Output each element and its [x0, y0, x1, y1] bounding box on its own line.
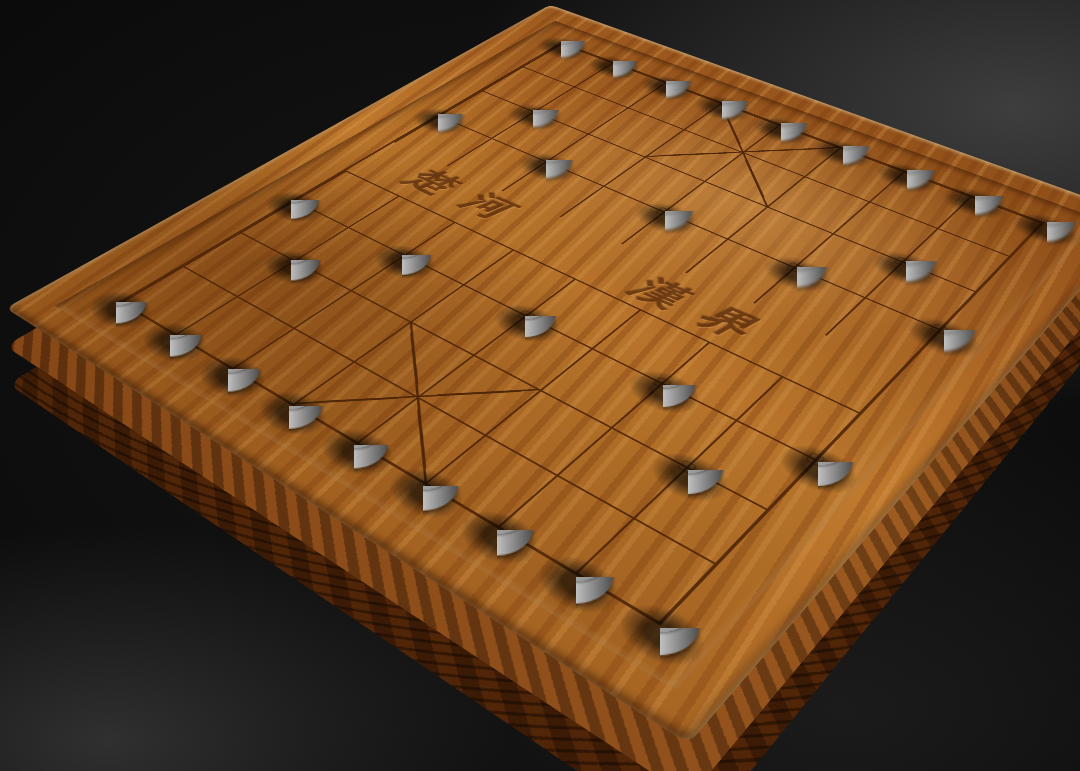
- piece-metal-side: [519, 132, 572, 178]
- piece-character: 士: [274, 363, 304, 393]
- piece-character: 馬: [559, 528, 593, 562]
- piece-metal-side: [756, 97, 807, 141]
- piece-top-face: 象: [194, 311, 263, 372]
- xiangqi-board[interactable]: 楚河 漢界 車馬相仕帥仕相馬車炮炮兵兵兵兵兵卒卒卒卒卒炮炮車馬象士將士象馬車: [6, 5, 1080, 744]
- piece-character: 馬: [157, 294, 185, 322]
- piece-shadow: [631, 70, 703, 104]
- piece-top-face: 相: [879, 122, 937, 173]
- piece-metal-side: [642, 55, 691, 97]
- piece-shadow: [867, 157, 947, 198]
- piece-character: 兵: [426, 81, 449, 104]
- piece-character: 象: [481, 483, 514, 516]
- point-marker: [656, 207, 673, 216]
- stage: 楚河 漢界 車馬相仕帥仕相馬車炮炮兵兵兵兵兵卒卒卒卒卒炮炮車馬象士將士象馬車: [0, 0, 1080, 771]
- piece-shadow: [498, 99, 572, 135]
- piece-character: 兵: [784, 229, 810, 255]
- palace-diagonal: [645, 103, 840, 206]
- piece-character: 仕: [831, 112, 855, 136]
- piece-top-face: 卒: [262, 150, 321, 203]
- piece-metal-side: [881, 142, 935, 188]
- piece-top-face: 炮: [506, 64, 560, 112]
- piece-metal-side: [948, 167, 1003, 215]
- piece-top-face: 兵: [766, 214, 829, 270]
- piece-metal-side: [817, 119, 870, 164]
- piece-metal-side: [508, 83, 559, 127]
- piece-top-face: 卒: [492, 260, 558, 319]
- piece-character: 相: [655, 49, 677, 71]
- piece-top-face: 卒: [628, 326, 698, 388]
- piece-top-face: 炮: [651, 407, 726, 473]
- piece-character: 卒: [389, 217, 415, 243]
- piece-top-face: 卒: [782, 399, 856, 465]
- piece-character: 兵: [930, 289, 958, 317]
- piece-top-face: 帥: [754, 77, 809, 126]
- piece-shadow: [686, 91, 760, 127]
- piece-top-face: 卒: [371, 202, 433, 257]
- piece-shadow: [508, 147, 586, 187]
- piece-character: 炮: [673, 424, 704, 455]
- piece-character: 卒: [649, 342, 678, 371]
- piece-metal-side: [412, 87, 463, 131]
- piece-character: 車: [551, 11, 572, 32]
- piece-top-face: 馬: [946, 146, 1005, 198]
- piece-metal-side: [589, 36, 637, 77]
- piece-metal-side: [697, 75, 747, 118]
- piece-character: 仕: [711, 69, 733, 91]
- piece-character: 卒: [512, 276, 540, 304]
- piece-shadow: [934, 181, 1016, 224]
- piece-top-face: 士: [385, 422, 461, 489]
- piece-character: 炮: [278, 222, 304, 248]
- piece-top-face: 相: [640, 36, 692, 83]
- piece-top-face: 車: [1016, 171, 1077, 225]
- piece-metal-side: [637, 182, 693, 230]
- piece-character: 車: [103, 263, 130, 290]
- point-marker: [287, 196, 304, 205]
- piece-character: 馬: [602, 29, 624, 51]
- piece-top-face: 兵: [517, 112, 574, 163]
- piece-character: 帥: [770, 90, 793, 113]
- piece-top-face: 士: [254, 346, 325, 409]
- piece-character: 卒: [279, 164, 304, 189]
- piece-character: 士: [407, 440, 439, 472]
- piece-top-face: 車: [619, 557, 703, 631]
- board-surface[interactable]: 楚河 漢界: [6, 5, 1080, 744]
- piece-character: 車: [643, 577, 678, 612]
- piece-shadow: [1003, 207, 1080, 253]
- piece-character: 炮: [522, 77, 545, 100]
- point-marker: [432, 112, 447, 120]
- piece-character: 卒: [803, 417, 834, 448]
- piece-character: 將: [339, 400, 370, 431]
- piece-shadow: [579, 51, 650, 84]
- piece-top-face: 象: [458, 464, 536, 533]
- piece-top-face: 馬: [587, 17, 638, 62]
- piece-metal-side: [538, 17, 585, 57]
- piece-character: 象: [214, 327, 243, 356]
- piece-character: 炮: [893, 223, 919, 249]
- point-markers: [550, 5, 1080, 218]
- piece-top-face: 兵: [635, 160, 695, 213]
- piece-top-face: 馬: [137, 278, 204, 338]
- piece-top-face: 兵: [911, 273, 978, 332]
- piece-shadow: [528, 33, 597, 64]
- piece-top-face: 仕: [696, 56, 750, 104]
- palace-diagonal: [645, 103, 840, 206]
- point-marker: [526, 108, 541, 116]
- photo-scene: 楚河 漢界 車馬相仕帥仕相馬車炮炮兵兵兵兵兵卒卒卒卒卒炮炮車馬象士將士象馬車: [0, 0, 1080, 771]
- piece-top-face: 炮: [875, 208, 938, 264]
- piece-character: 相: [895, 135, 919, 159]
- piece-shadow: [403, 103, 477, 140]
- piece-top-face: 仕: [815, 99, 871, 149]
- piece-top-face: 炮: [260, 207, 323, 263]
- piece-character: 車: [1034, 185, 1059, 210]
- piece-shadow: [625, 196, 708, 241]
- piece-top-face: 馬: [536, 509, 617, 581]
- piece-metal-side: [1018, 193, 1075, 242]
- piece-shadow: [744, 112, 820, 149]
- piece-top-face: 兵: [411, 68, 465, 116]
- point-marker: [538, 157, 554, 165]
- piece-character: 兵: [534, 125, 558, 149]
- piece-top-face: 車: [536, 0, 586, 44]
- piece-character: 兵: [653, 174, 678, 199]
- piece-shadow: [804, 134, 882, 173]
- piece-character: 馬: [963, 160, 988, 185]
- red-palace: [645, 103, 840, 206]
- piece-top-face: 將: [318, 383, 391, 448]
